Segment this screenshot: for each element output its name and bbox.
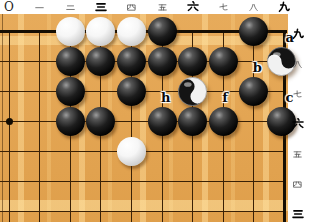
point-label-h[interactable]: h: [161, 91, 170, 104]
point-label-b[interactable]: b: [253, 61, 262, 74]
black-stone[interactable]: [56, 47, 85, 76]
black-stone[interactable]: [56, 77, 85, 106]
black-stone[interactable]: [239, 17, 268, 46]
right-coordinate-label: [290, 177, 305, 191]
top-coordinate-label: [124, 0, 138, 14]
white-stone[interactable]: [56, 17, 85, 46]
go-board[interactable]: [0, 14, 288, 222]
right-coordinate-label: [290, 147, 305, 161]
right-coordinate-label: [290, 27, 305, 41]
point-label-f[interactable]: f: [222, 91, 228, 104]
top-coordinate-label: [94, 0, 108, 14]
right-coordinate-label: [290, 87, 305, 101]
top-coordinate-label: O: [2, 0, 16, 14]
right-coordinate-label: [290, 207, 305, 221]
black-stone[interactable]: [239, 77, 268, 106]
black-stone[interactable]: [148, 47, 177, 76]
star-point-hoshi: [6, 118, 13, 125]
black-stone[interactable]: [209, 47, 238, 76]
grid-horizontal-line: [0, 181, 284, 182]
grid-horizontal-line: [0, 211, 284, 212]
white-stone[interactable]: [117, 137, 146, 166]
taiji-marked-stone[interactable]: [178, 77, 207, 106]
top-coordinate-label: [186, 0, 200, 14]
right-coordinate-label: [290, 117, 305, 131]
black-stone[interactable]: [148, 17, 177, 46]
top-coordinate-label: [277, 0, 291, 14]
black-stone[interactable]: [178, 47, 207, 76]
black-stone[interactable]: [117, 77, 146, 106]
top-coordinate-label: [216, 0, 230, 14]
grid-horizontal-line: [0, 121, 284, 122]
top-coordinate-label: [33, 0, 47, 14]
black-stone[interactable]: [178, 107, 207, 136]
black-stone[interactable]: [56, 107, 85, 136]
white-stone[interactable]: [117, 17, 146, 46]
black-stone[interactable]: [148, 107, 177, 136]
top-coordinate-label: [63, 0, 77, 14]
black-stone[interactable]: [117, 47, 146, 76]
black-stone[interactable]: [86, 107, 115, 136]
top-coordinate-label: [155, 0, 169, 14]
top-coordinate-label: [247, 0, 261, 14]
go-app-screen: abhfcO: [0, 0, 311, 222]
black-stone[interactable]: [86, 47, 115, 76]
white-stone[interactable]: [86, 17, 115, 46]
black-stone[interactable]: [209, 107, 238, 136]
right-coordinate-label: [290, 57, 305, 71]
